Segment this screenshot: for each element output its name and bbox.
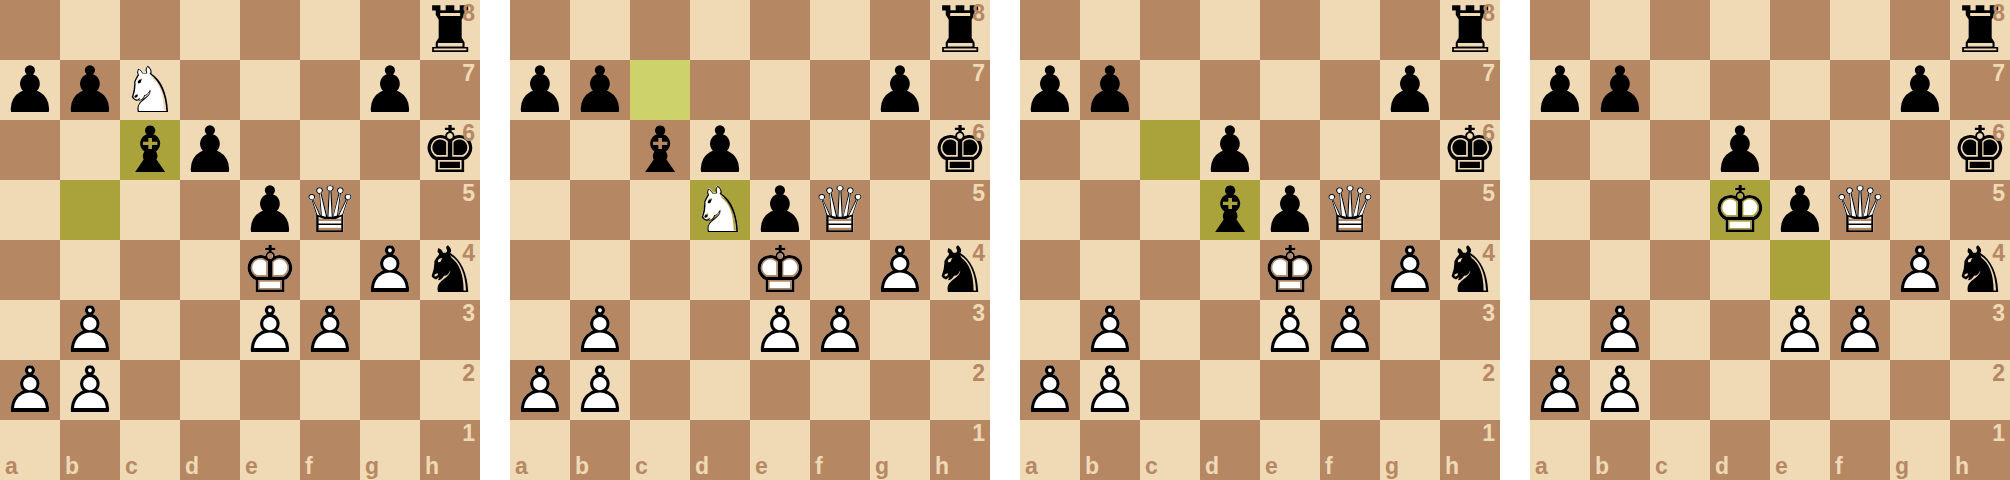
square-h2: 2 <box>1950 360 2010 420</box>
square-h4: ♞4 <box>420 240 480 300</box>
rank-label-1: 1 <box>1482 422 1495 445</box>
white-pawn: ♟♙ <box>1590 360 1650 420</box>
square-h3: 3 <box>1440 300 1500 360</box>
square-c4 <box>120 240 180 300</box>
rank-label-2: 2 <box>972 362 985 385</box>
square-c1: c <box>630 420 690 480</box>
rank-label-2: 2 <box>462 362 475 385</box>
black-pawn: ♟ <box>1260 180 1320 240</box>
square-e7 <box>1770 60 1830 120</box>
square-d2 <box>1710 360 1770 420</box>
square-d8 <box>690 0 750 60</box>
square-e4 <box>1770 240 1830 300</box>
square-g1: g <box>870 420 930 480</box>
rank-label-4: 4 <box>972 242 985 265</box>
square-e3: ♟♙ <box>1770 300 1830 360</box>
square-d1: d <box>1710 420 1770 480</box>
square-g2 <box>870 360 930 420</box>
square-e6 <box>1770 120 1830 180</box>
file-label-c: c <box>635 455 648 478</box>
file-label-c: c <box>1655 455 1668 478</box>
square-g6 <box>1380 120 1440 180</box>
square-a6 <box>0 120 60 180</box>
square-a4 <box>1020 240 1080 300</box>
square-h6: ♚6 <box>930 120 990 180</box>
white-queen: ♛♕ <box>1830 180 1890 240</box>
file-label-e: e <box>1265 455 1278 478</box>
rank-label-6: 6 <box>1482 122 1495 145</box>
square-e2 <box>750 360 810 420</box>
square-b5 <box>60 180 120 240</box>
square-b6 <box>1080 120 1140 180</box>
white-king: ♚♔ <box>750 240 810 300</box>
square-d7 <box>1710 60 1770 120</box>
square-f1: f <box>1830 420 1890 480</box>
rank-label-1: 1 <box>1992 422 2005 445</box>
square-f1: f <box>810 420 870 480</box>
file-label-c: c <box>125 455 138 478</box>
square-f3: ♟♙ <box>1320 300 1380 360</box>
white-pawn: ♟♙ <box>810 300 870 360</box>
square-g1: g <box>1890 420 1950 480</box>
square-b8 <box>570 0 630 60</box>
rank-label-5: 5 <box>1992 182 2005 205</box>
square-h8: ♜8 <box>1440 0 1500 60</box>
square-f2 <box>810 360 870 420</box>
black-pawn: ♟ <box>1380 60 1440 120</box>
square-f1: f <box>1320 420 1380 480</box>
square-b1: b <box>60 420 120 480</box>
black-pawn: ♟ <box>240 180 300 240</box>
white-pawn: ♟♙ <box>750 300 810 360</box>
square-d8 <box>180 0 240 60</box>
square-b8 <box>1080 0 1140 60</box>
square-a1: a <box>0 420 60 480</box>
square-b7: ♟ <box>60 60 120 120</box>
square-c7 <box>630 60 690 120</box>
square-d1: d <box>1200 420 1260 480</box>
white-queen: ♛♕ <box>1320 180 1380 240</box>
square-d3 <box>180 300 240 360</box>
rank-label-1: 1 <box>972 422 985 445</box>
white-pawn: ♟♙ <box>300 300 360 360</box>
square-e5: ♟ <box>240 180 300 240</box>
square-f3: ♟♙ <box>810 300 870 360</box>
file-label-b: b <box>1085 455 1099 478</box>
boards-strip: ♜8♟♟♞♘♟7♝♟♚6♟♛♕5♚♔♟♙♞4♟♙♟♙♟♙3♟♙♟♙2abcdef… <box>0 0 2010 480</box>
black-pawn: ♟ <box>1710 120 1770 180</box>
square-e1: e <box>240 420 300 480</box>
square-c5 <box>1650 180 1710 240</box>
black-pawn: ♟ <box>180 120 240 180</box>
square-h7: 7 <box>420 60 480 120</box>
file-label-a: a <box>515 455 528 478</box>
rank-label-5: 5 <box>972 182 985 205</box>
white-king: ♚♔ <box>1710 180 1770 240</box>
square-a3 <box>0 300 60 360</box>
white-pawn: ♟♙ <box>570 360 630 420</box>
square-g6 <box>360 120 420 180</box>
white-pawn: ♟♙ <box>1320 300 1380 360</box>
file-label-c: c <box>1145 455 1158 478</box>
square-f4 <box>1320 240 1380 300</box>
square-c6: ♝ <box>120 120 180 180</box>
square-c5 <box>1140 180 1200 240</box>
square-f8 <box>1830 0 1890 60</box>
square-c6: ♝ <box>630 120 690 180</box>
square-e6 <box>750 120 810 180</box>
square-d7 <box>180 60 240 120</box>
black-pawn: ♟ <box>1200 120 1260 180</box>
square-d5: ♚♔ <box>1710 180 1770 240</box>
white-pawn: ♟♙ <box>1890 240 1950 300</box>
black-pawn: ♟ <box>1080 60 1140 120</box>
square-h3: 3 <box>930 300 990 360</box>
rank-label-7: 7 <box>1482 62 1495 85</box>
square-f4 <box>810 240 870 300</box>
square-g3 <box>1380 300 1440 360</box>
rank-label-3: 3 <box>1992 302 2005 325</box>
square-a8 <box>1020 0 1080 60</box>
square-d6: ♟ <box>1710 120 1770 180</box>
square-c3 <box>120 300 180 360</box>
file-label-g: g <box>1385 455 1399 478</box>
square-h7: 7 <box>1950 60 2010 120</box>
square-a2: ♟♙ <box>0 360 60 420</box>
square-d8 <box>1200 0 1260 60</box>
square-c2 <box>1140 360 1200 420</box>
square-a3 <box>510 300 570 360</box>
square-a4 <box>1530 240 1590 300</box>
square-a8 <box>510 0 570 60</box>
rank-label-7: 7 <box>972 62 985 85</box>
square-b1: b <box>1590 420 1650 480</box>
square-g4: ♟♙ <box>870 240 930 300</box>
square-d5: ♝ <box>1200 180 1260 240</box>
rank-label-5: 5 <box>462 182 475 205</box>
square-c6 <box>1140 120 1200 180</box>
square-g2 <box>1380 360 1440 420</box>
square-a3 <box>1530 300 1590 360</box>
square-f5: ♛♕ <box>1320 180 1380 240</box>
black-pawn: ♟ <box>750 180 810 240</box>
file-label-h: h <box>1955 455 1969 478</box>
square-f5: ♛♕ <box>1830 180 1890 240</box>
square-d3 <box>1200 300 1260 360</box>
square-c8 <box>1650 0 1710 60</box>
square-e7 <box>240 60 300 120</box>
file-label-b: b <box>65 455 79 478</box>
rank-label-1: 1 <box>462 422 475 445</box>
square-f7 <box>1320 60 1380 120</box>
square-h2: 2 <box>930 360 990 420</box>
rank-label-4: 4 <box>1482 242 1495 265</box>
file-label-d: d <box>185 455 199 478</box>
chess-board-4: ♜8♟♟♟7♟♚6♚♔♟♛♕5♟♙♞4♟♙♟♙♟♙3♟♙♟♙2abcdefg1h <box>1530 0 2010 480</box>
square-h1: 1h <box>1440 420 1500 480</box>
square-b2: ♟♙ <box>60 360 120 420</box>
square-e4: ♚♔ <box>750 240 810 300</box>
square-c5 <box>120 180 180 240</box>
file-label-a: a <box>5 455 18 478</box>
square-d4 <box>1710 240 1770 300</box>
square-d8 <box>1710 0 1770 60</box>
square-d4 <box>1200 240 1260 300</box>
file-label-e: e <box>755 455 768 478</box>
square-e7 <box>750 60 810 120</box>
square-f2 <box>300 360 360 420</box>
square-a2: ♟♙ <box>1020 360 1080 420</box>
square-d6: ♟ <box>690 120 750 180</box>
square-b1: b <box>570 420 630 480</box>
rank-label-6: 6 <box>1992 122 2005 145</box>
rank-label-8: 8 <box>1482 2 1495 25</box>
square-g5 <box>1890 180 1950 240</box>
square-h8: ♜8 <box>930 0 990 60</box>
square-a1: a <box>1020 420 1080 480</box>
square-f4 <box>300 240 360 300</box>
square-f7 <box>1830 60 1890 120</box>
file-label-a: a <box>1025 455 1038 478</box>
file-label-f: f <box>1835 455 1843 478</box>
square-d5: ♞♘ <box>690 180 750 240</box>
square-h5: 5 <box>420 180 480 240</box>
square-g7: ♟ <box>360 60 420 120</box>
rank-label-8: 8 <box>462 2 475 25</box>
square-b7: ♟ <box>570 60 630 120</box>
square-c8 <box>120 0 180 60</box>
square-a5 <box>510 180 570 240</box>
white-queen: ♛♕ <box>300 180 360 240</box>
square-g7: ♟ <box>1380 60 1440 120</box>
square-a7: ♟ <box>1020 60 1080 120</box>
file-label-d: d <box>1205 455 1219 478</box>
rank-label-3: 3 <box>972 302 985 325</box>
black-pawn: ♟ <box>60 60 120 120</box>
square-e1: e <box>1770 420 1830 480</box>
white-pawn: ♟♙ <box>1260 300 1320 360</box>
square-b2: ♟♙ <box>570 360 630 420</box>
square-f5: ♛♕ <box>300 180 360 240</box>
black-pawn: ♟ <box>1590 60 1650 120</box>
square-f6 <box>300 120 360 180</box>
square-b3: ♟♙ <box>1080 300 1140 360</box>
square-h8: ♜8 <box>1950 0 2010 60</box>
square-c5 <box>630 180 690 240</box>
white-king: ♚♔ <box>240 240 300 300</box>
square-g2 <box>1890 360 1950 420</box>
square-c6 <box>1650 120 1710 180</box>
white-pawn: ♟♙ <box>60 360 120 420</box>
square-a1: a <box>510 420 570 480</box>
square-d2 <box>180 360 240 420</box>
rank-label-2: 2 <box>1482 362 1495 385</box>
square-g6 <box>1890 120 1950 180</box>
square-e5: ♟ <box>1770 180 1830 240</box>
square-e2 <box>240 360 300 420</box>
square-h7: 7 <box>930 60 990 120</box>
file-label-b: b <box>1595 455 1609 478</box>
square-f2 <box>1320 360 1380 420</box>
square-b2: ♟♙ <box>1590 360 1650 420</box>
black-bishop: ♝ <box>1200 180 1260 240</box>
square-a3 <box>1020 300 1080 360</box>
square-e8 <box>240 0 300 60</box>
black-pawn: ♟ <box>510 60 570 120</box>
square-c7: ♞♘ <box>120 60 180 120</box>
square-c2 <box>630 360 690 420</box>
square-a8 <box>1530 0 1590 60</box>
white-pawn: ♟♙ <box>1080 300 1140 360</box>
file-label-g: g <box>875 455 889 478</box>
square-f7 <box>300 60 360 120</box>
square-h7: 7 <box>1440 60 1500 120</box>
square-a4 <box>510 240 570 300</box>
rank-label-5: 5 <box>1482 182 1495 205</box>
rank-label-7: 7 <box>1992 62 2005 85</box>
white-pawn: ♟♙ <box>360 240 420 300</box>
square-h6: ♚6 <box>420 120 480 180</box>
square-a6 <box>510 120 570 180</box>
square-d7 <box>690 60 750 120</box>
square-f8 <box>810 0 870 60</box>
chess-board-3: ♜8♟♟♟7♟♚6♝♟♛♕5♚♔♟♙♞4♟♙♟♙♟♙3♟♙♟♙2abcdefg1… <box>1020 0 1500 480</box>
black-pawn: ♟ <box>690 120 750 180</box>
square-e2 <box>1770 360 1830 420</box>
square-c8 <box>630 0 690 60</box>
file-label-b: b <box>575 455 589 478</box>
chess-board-1: ♜8♟♟♞♘♟7♝♟♚6♟♛♕5♚♔♟♙♞4♟♙♟♙♟♙3♟♙♟♙2abcdef… <box>0 0 480 480</box>
square-c4 <box>1650 240 1710 300</box>
square-f1: f <box>300 420 360 480</box>
square-a7: ♟ <box>510 60 570 120</box>
square-a2: ♟♙ <box>510 360 570 420</box>
square-h4: ♞4 <box>1950 240 2010 300</box>
square-c2 <box>120 360 180 420</box>
square-b4 <box>1080 240 1140 300</box>
square-e3: ♟♙ <box>750 300 810 360</box>
square-a7: ♟ <box>1530 60 1590 120</box>
square-h3: 3 <box>1950 300 2010 360</box>
square-h3: 3 <box>420 300 480 360</box>
rank-label-2: 2 <box>1992 362 2005 385</box>
square-g4: ♟♙ <box>360 240 420 300</box>
square-g4: ♟♙ <box>1380 240 1440 300</box>
square-b8 <box>1590 0 1650 60</box>
square-e3: ♟♙ <box>1260 300 1320 360</box>
square-c3 <box>630 300 690 360</box>
square-g8 <box>1890 0 1950 60</box>
square-e8 <box>1770 0 1830 60</box>
white-pawn: ♟♙ <box>1530 360 1590 420</box>
square-c7 <box>1650 60 1710 120</box>
square-a7: ♟ <box>0 60 60 120</box>
black-bishop: ♝ <box>120 120 180 180</box>
white-pawn: ♟♙ <box>1020 360 1080 420</box>
white-pawn: ♟♙ <box>1380 240 1440 300</box>
square-g1: g <box>1380 420 1440 480</box>
square-h1: 1h <box>420 420 480 480</box>
white-pawn: ♟♙ <box>240 300 300 360</box>
square-b6 <box>60 120 120 180</box>
square-e2 <box>1260 360 1320 420</box>
square-e6 <box>1260 120 1320 180</box>
white-queen: ♛♕ <box>810 180 870 240</box>
square-b7: ♟ <box>1590 60 1650 120</box>
square-b3: ♟♙ <box>570 300 630 360</box>
square-a5 <box>1530 180 1590 240</box>
square-b6 <box>1590 120 1650 180</box>
square-e3: ♟♙ <box>240 300 300 360</box>
square-h5: 5 <box>1440 180 1500 240</box>
rank-label-4: 4 <box>462 242 475 265</box>
square-g3 <box>870 300 930 360</box>
square-d2 <box>690 360 750 420</box>
square-c7 <box>1140 60 1200 120</box>
square-h5: 5 <box>930 180 990 240</box>
square-g1: g <box>360 420 420 480</box>
square-h6: ♚6 <box>1950 120 2010 180</box>
square-c8 <box>1140 0 1200 60</box>
square-a6 <box>1530 120 1590 180</box>
square-f5: ♛♕ <box>810 180 870 240</box>
square-b4 <box>1590 240 1650 300</box>
square-b4 <box>570 240 630 300</box>
rank-label-8: 8 <box>1992 2 2005 25</box>
square-b5 <box>1080 180 1140 240</box>
square-c3 <box>1650 300 1710 360</box>
black-pawn: ♟ <box>1020 60 1080 120</box>
square-b1: b <box>1080 420 1140 480</box>
square-a1: a <box>1530 420 1590 480</box>
square-g8 <box>870 0 930 60</box>
file-label-f: f <box>1325 455 1333 478</box>
square-g3 <box>360 300 420 360</box>
square-b4 <box>60 240 120 300</box>
square-d1: d <box>690 420 750 480</box>
file-label-f: f <box>815 455 823 478</box>
square-a8 <box>0 0 60 60</box>
rank-label-6: 6 <box>462 122 475 145</box>
square-g5 <box>360 180 420 240</box>
white-king: ♚♔ <box>1260 240 1320 300</box>
black-pawn: ♟ <box>1770 180 1830 240</box>
white-pawn: ♟♙ <box>570 300 630 360</box>
square-g3 <box>1890 300 1950 360</box>
white-pawn: ♟♙ <box>1770 300 1830 360</box>
square-h1: 1h <box>1950 420 2010 480</box>
white-pawn: ♟♙ <box>0 360 60 420</box>
square-f6 <box>1320 120 1380 180</box>
square-a4 <box>0 240 60 300</box>
square-b3: ♟♙ <box>1590 300 1650 360</box>
square-f3: ♟♙ <box>300 300 360 360</box>
square-c1: c <box>1140 420 1200 480</box>
white-pawn: ♟♙ <box>1590 300 1650 360</box>
square-b3: ♟♙ <box>60 300 120 360</box>
square-f8 <box>300 0 360 60</box>
square-h8: ♜8 <box>420 0 480 60</box>
square-d6: ♟ <box>1200 120 1260 180</box>
square-b2: ♟♙ <box>1080 360 1140 420</box>
file-label-a: a <box>1535 455 1548 478</box>
square-h5: 5 <box>1950 180 2010 240</box>
white-pawn: ♟♙ <box>1830 300 1890 360</box>
square-e4: ♚♔ <box>240 240 300 300</box>
square-a5 <box>0 180 60 240</box>
square-h1: 1h <box>930 420 990 480</box>
black-pawn: ♟ <box>360 60 420 120</box>
